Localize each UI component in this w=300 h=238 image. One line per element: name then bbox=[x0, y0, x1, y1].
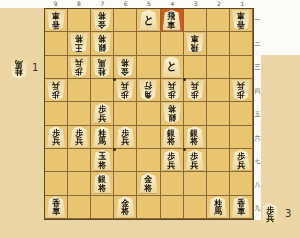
piece-kanji: 兵 bbox=[98, 113, 106, 122]
piece-kanji: 車 bbox=[191, 35, 199, 44]
sente-hand-piece-歩兵[interactable]: 歩兵 bbox=[261, 203, 279, 225]
square-1三[interactable] bbox=[230, 56, 253, 79]
square-2六[interactable] bbox=[207, 126, 230, 149]
square-2二[interactable] bbox=[207, 32, 230, 55]
square-2四[interactable] bbox=[207, 79, 230, 102]
sente-piece-桂馬[interactable]: 桂馬 bbox=[93, 126, 111, 147]
rank-label-六: 六 bbox=[254, 135, 261, 141]
gote-piece-桂馬[interactable]: 桂馬 bbox=[93, 56, 111, 77]
piece-kanji: 飛 bbox=[191, 43, 199, 52]
rank-label-九: 九 bbox=[254, 205, 261, 211]
piece-kanji: 兵 bbox=[191, 82, 199, 91]
sente-piece-歩兵[interactable]: 歩兵 bbox=[163, 150, 181, 171]
square-3二[interactable]: 飛車 bbox=[184, 32, 207, 55]
square-5三[interactable] bbox=[137, 56, 160, 79]
square-1一[interactable]: 香車 bbox=[230, 9, 253, 32]
square-4六[interactable]: 銀将 bbox=[161, 126, 184, 149]
gote-piece-歩兵[interactable]: 歩兵 bbox=[47, 80, 65, 101]
square-6一[interactable] bbox=[114, 9, 137, 32]
piece-kanji: 将 bbox=[121, 58, 129, 67]
square-8一[interactable] bbox=[68, 9, 91, 32]
piece-kanji: 歩 bbox=[121, 90, 129, 99]
rank-label-八: 八 bbox=[254, 182, 261, 188]
piece-kanji: 歩 bbox=[191, 90, 199, 99]
piece-kanji: 将 bbox=[98, 12, 106, 21]
piece-kanji: 歩 bbox=[52, 90, 60, 99]
square-9三[interactable] bbox=[45, 56, 68, 79]
gote-piece-歩兵[interactable]: 歩兵 bbox=[232, 80, 250, 101]
sente-piece-歩兵[interactable]: 歩兵 bbox=[232, 150, 250, 171]
square-4一[interactable]: 飛車 bbox=[161, 9, 184, 32]
square-1六[interactable] bbox=[230, 126, 253, 149]
square-9八[interactable] bbox=[45, 172, 68, 195]
piece-kanji: 行 bbox=[145, 82, 153, 91]
square-9九[interactable]: 香車 bbox=[45, 196, 68, 219]
square-3五[interactable] bbox=[184, 102, 207, 125]
sente-piece-歩兵[interactable]: 歩兵 bbox=[93, 103, 111, 124]
file-label-1: 1 bbox=[231, 1, 254, 7]
sente-piece-歩兵[interactable]: 歩兵 bbox=[186, 150, 204, 171]
gote-piece-金将[interactable]: 金将 bbox=[116, 56, 134, 77]
square-1五[interactable] bbox=[230, 102, 253, 125]
file-label-7: 7 bbox=[91, 1, 114, 7]
square-3八[interactable] bbox=[184, 172, 207, 195]
file-label-6: 6 bbox=[114, 1, 137, 7]
square-8二[interactable]: 王将 bbox=[68, 32, 91, 55]
square-8四[interactable] bbox=[68, 79, 91, 102]
piece-kanji: 車 bbox=[168, 20, 176, 29]
piece-kanji: 兵 bbox=[168, 160, 176, 169]
piece-kanji: 将 bbox=[191, 137, 199, 146]
piece-kanji: 兵 bbox=[191, 160, 199, 169]
piece-kanji: 金 bbox=[98, 20, 106, 29]
hoshi-dot bbox=[183, 78, 186, 81]
square-2八[interactable] bbox=[207, 172, 230, 195]
rank-label-七: 七 bbox=[254, 158, 261, 164]
piece-kanji: 将 bbox=[145, 183, 153, 192]
square-4二[interactable] bbox=[161, 32, 184, 55]
piece-kanji: 兵 bbox=[121, 137, 129, 146]
square-6二[interactable] bbox=[114, 32, 137, 55]
piece-kanji: 銀 bbox=[98, 43, 106, 52]
sente-piece-歩兵[interactable]: 歩兵 bbox=[47, 126, 65, 147]
rank-label-五: 五 bbox=[254, 111, 261, 117]
file-label-4: 4 bbox=[161, 1, 184, 7]
sente-piece-歩兵[interactable]: 歩兵 bbox=[116, 126, 134, 147]
sente-piece-銀将[interactable]: 銀将 bbox=[186, 126, 204, 147]
square-5五[interactable] bbox=[137, 102, 160, 125]
sente-piece-桂馬[interactable]: 桂馬 bbox=[209, 196, 227, 217]
square-8三[interactable]: 歩兵 bbox=[68, 56, 91, 79]
sente-piece-飛車[interactable]: 飛車 bbox=[163, 10, 181, 31]
piece-kanji: 歩 bbox=[237, 90, 245, 99]
status-panel: 検討中 後手番 bbox=[261, 0, 300, 55]
square-1四[interactable]: 歩兵 bbox=[230, 79, 253, 102]
square-6四[interactable]: 歩兵 bbox=[114, 79, 137, 102]
sente-piece-香車[interactable]: 香車 bbox=[232, 196, 250, 217]
sente-piece-歩兵[interactable]: 歩兵 bbox=[70, 126, 88, 147]
square-8九[interactable] bbox=[68, 196, 91, 219]
gote-piece-銀将[interactable]: 銀将 bbox=[93, 33, 111, 54]
gote-piece-桂馬[interactable]: 桂馬 bbox=[10, 57, 28, 79]
square-5四[interactable]: 角行 bbox=[137, 79, 160, 102]
gote-piece-歩兵[interactable]: 歩兵 bbox=[70, 56, 88, 77]
square-2七[interactable] bbox=[207, 149, 230, 172]
piece-kanji: 香 bbox=[237, 20, 245, 29]
piece-kanji: 兵 bbox=[237, 82, 245, 91]
square-3三[interactable] bbox=[184, 56, 207, 79]
square-7六[interactable]: 桂馬 bbox=[91, 126, 114, 149]
piece-kanji: 車 bbox=[52, 207, 60, 216]
shogi-app-screen: 検討中 後手番 香車金将と飛車香車王将銀将飛車歩兵桂馬金将と歩兵歩兵角行歩兵歩兵… bbox=[0, 0, 300, 238]
gote-piece-香車[interactable]: 香車 bbox=[232, 10, 250, 31]
square-1八[interactable] bbox=[230, 172, 253, 195]
square-1九[interactable]: 香車 bbox=[230, 196, 253, 219]
square-4四[interactable]: 歩兵 bbox=[161, 79, 184, 102]
piece-kanji: 馬 bbox=[15, 60, 23, 69]
square-8七[interactable] bbox=[68, 149, 91, 172]
gote-piece-王将[interactable]: 王将 bbox=[70, 33, 88, 54]
sente-hand-count: 3 bbox=[285, 208, 291, 219]
sente-piece-銀将[interactable]: 銀将 bbox=[93, 173, 111, 194]
square-4九[interactable] bbox=[161, 196, 184, 219]
piece-kanji: 王 bbox=[75, 43, 83, 52]
square-5二[interactable] bbox=[137, 32, 160, 55]
sente-piece-銀将[interactable]: 銀将 bbox=[163, 126, 181, 147]
square-7一[interactable]: 金将 bbox=[91, 9, 114, 32]
file-label-9: 9 bbox=[44, 1, 67, 7]
piece-kanji: 兵 bbox=[168, 82, 176, 91]
rank-label-三: 三 bbox=[254, 64, 261, 70]
square-2五[interactable] bbox=[207, 102, 230, 125]
square-4三[interactable]: と bbox=[161, 56, 184, 79]
square-4八[interactable] bbox=[161, 172, 184, 195]
piece-kanji: 角 bbox=[145, 90, 153, 99]
piece-kanji: 歩 bbox=[168, 90, 176, 99]
square-9二[interactable] bbox=[45, 32, 68, 55]
square-5九[interactable] bbox=[137, 196, 160, 219]
square-3四[interactable]: 歩兵 bbox=[184, 79, 207, 102]
file-label-2: 2 bbox=[207, 1, 230, 7]
board-area: 香車金将と飛車香車王将銀将飛車歩兵桂馬金将と歩兵歩兵角行歩兵歩兵歩兵歩兵銀将歩兵… bbox=[44, 8, 254, 220]
piece-kanji: 兵 bbox=[75, 137, 83, 146]
gote-piece-金将[interactable]: 金将 bbox=[93, 10, 111, 31]
square-3六[interactable]: 銀将 bbox=[184, 126, 207, 149]
rank-label-二: 二 bbox=[254, 41, 261, 47]
square-8五[interactable] bbox=[68, 102, 91, 125]
piece-kanji: 馬 bbox=[214, 207, 222, 216]
piece-kanji: 桂 bbox=[98, 67, 106, 76]
hoshi-dot bbox=[113, 148, 116, 151]
piece-kanji: 車 bbox=[237, 12, 245, 21]
piece-kanji: 車 bbox=[52, 12, 60, 21]
rank-label-一: 一 bbox=[254, 17, 261, 23]
gote-hand-piece-桂馬[interactable]: 桂馬 bbox=[10, 57, 28, 79]
sente-piece-玉将[interactable]: 玉将 bbox=[93, 150, 111, 171]
square-9四[interactable]: 歩兵 bbox=[45, 79, 68, 102]
sente-piece-金将[interactable]: 金将 bbox=[139, 173, 157, 194]
hoshi-dot bbox=[183, 148, 186, 151]
piece-kanji: 将 bbox=[168, 137, 176, 146]
gote-piece-歩兵[interactable]: 歩兵 bbox=[116, 80, 134, 101]
piece-kanji: 馬 bbox=[98, 137, 106, 146]
gote-piece-香車[interactable]: 香車 bbox=[47, 10, 65, 31]
piece-kanji: 金 bbox=[121, 67, 129, 76]
piece-kanji: 将 bbox=[121, 207, 129, 216]
square-7九[interactable] bbox=[91, 196, 114, 219]
piece-kanji: 将 bbox=[75, 35, 83, 44]
square-7八[interactable]: 銀将 bbox=[91, 172, 114, 195]
sente-piece-金将[interactable]: 金将 bbox=[116, 196, 134, 217]
square-7三[interactable]: 桂馬 bbox=[91, 56, 114, 79]
square-3七[interactable]: 歩兵 bbox=[184, 149, 207, 172]
square-7四[interactable] bbox=[91, 79, 114, 102]
square-2三[interactable] bbox=[207, 56, 230, 79]
hoshi-dot bbox=[113, 78, 116, 81]
piece-kanji: 兵 bbox=[75, 58, 83, 67]
piece-kanji: 兵 bbox=[52, 82, 60, 91]
piece-kanji: 兵 bbox=[121, 82, 129, 91]
square-3九[interactable] bbox=[184, 196, 207, 219]
square-1七[interactable]: 歩兵 bbox=[230, 149, 253, 172]
square-8六[interactable]: 歩兵 bbox=[68, 126, 91, 149]
square-9七[interactable] bbox=[45, 149, 68, 172]
file-label-3: 3 bbox=[184, 1, 207, 7]
gote-piece-飛車[interactable]: 飛車 bbox=[186, 33, 204, 54]
square-4七[interactable]: 歩兵 bbox=[161, 149, 184, 172]
square-7二[interactable]: 銀将 bbox=[91, 32, 114, 55]
square-5一[interactable]: と bbox=[137, 9, 160, 32]
piece-kanji: 香 bbox=[52, 20, 60, 29]
square-6五[interactable] bbox=[114, 102, 137, 125]
piece-kanji: 兵 bbox=[52, 137, 60, 146]
sente-piece-と[interactable]: と bbox=[139, 10, 157, 31]
piece-kanji: 将 bbox=[98, 35, 106, 44]
piece-kanji: と bbox=[143, 14, 153, 26]
piece-kanji: 兵 bbox=[237, 160, 245, 169]
piece-kanji: 馬 bbox=[98, 58, 106, 67]
piece-kanji: 兵 bbox=[266, 214, 274, 223]
square-6八[interactable] bbox=[114, 172, 137, 195]
piece-kanji: 桂 bbox=[15, 68, 23, 77]
piece-kanji: 歩 bbox=[75, 67, 83, 76]
square-2一[interactable] bbox=[207, 9, 230, 32]
square-9六[interactable]: 歩兵 bbox=[45, 126, 68, 149]
square-9五[interactable] bbox=[45, 102, 68, 125]
file-label-8: 8 bbox=[67, 1, 90, 7]
square-1二[interactable] bbox=[230, 32, 253, 55]
sente-piece-香車[interactable]: 香車 bbox=[47, 196, 65, 217]
sente-piece-と[interactable]: と bbox=[163, 56, 181, 77]
piece-kanji: 将 bbox=[98, 160, 106, 169]
sente-piece-歩兵[interactable]: 歩兵 bbox=[261, 203, 279, 225]
square-3一[interactable] bbox=[184, 9, 207, 32]
square-4五[interactable]: 銀将 bbox=[161, 102, 184, 125]
piece-kanji: と bbox=[166, 61, 176, 73]
square-2九[interactable]: 桂馬 bbox=[207, 196, 230, 219]
square-9一[interactable]: 香車 bbox=[45, 9, 68, 32]
square-5八[interactable]: 金将 bbox=[137, 172, 160, 195]
gote-piece-銀将[interactable]: 銀将 bbox=[163, 103, 181, 124]
square-6六[interactable]: 歩兵 bbox=[114, 126, 137, 149]
piece-kanji: 車 bbox=[237, 207, 245, 216]
piece-kanji: 将 bbox=[98, 183, 106, 192]
shogi-board[interactable]: 香車金将と飛車香車王将銀将飛車歩兵桂馬金将と歩兵歩兵角行歩兵歩兵歩兵歩兵銀将歩兵… bbox=[44, 8, 254, 220]
square-5六[interactable] bbox=[137, 126, 160, 149]
square-6七[interactable] bbox=[114, 149, 137, 172]
gote-piece-角行[interactable]: 角行 bbox=[139, 80, 157, 101]
square-6九[interactable]: 金将 bbox=[114, 196, 137, 219]
square-6三[interactable]: 金将 bbox=[114, 56, 137, 79]
piece-kanji: 銀 bbox=[168, 113, 176, 122]
rank-label-四: 四 bbox=[254, 88, 261, 94]
square-7五[interactable]: 歩兵 bbox=[91, 102, 114, 125]
square-5七[interactable] bbox=[137, 149, 160, 172]
gote-piece-歩兵[interactable]: 歩兵 bbox=[186, 80, 204, 101]
gote-piece-歩兵[interactable]: 歩兵 bbox=[163, 80, 181, 101]
square-8八[interactable] bbox=[68, 172, 91, 195]
gote-hand-count: 1 bbox=[32, 62, 38, 73]
file-label-5: 5 bbox=[137, 1, 160, 7]
piece-kanji: 将 bbox=[168, 105, 176, 114]
square-7七[interactable]: 玉将 bbox=[91, 149, 114, 172]
